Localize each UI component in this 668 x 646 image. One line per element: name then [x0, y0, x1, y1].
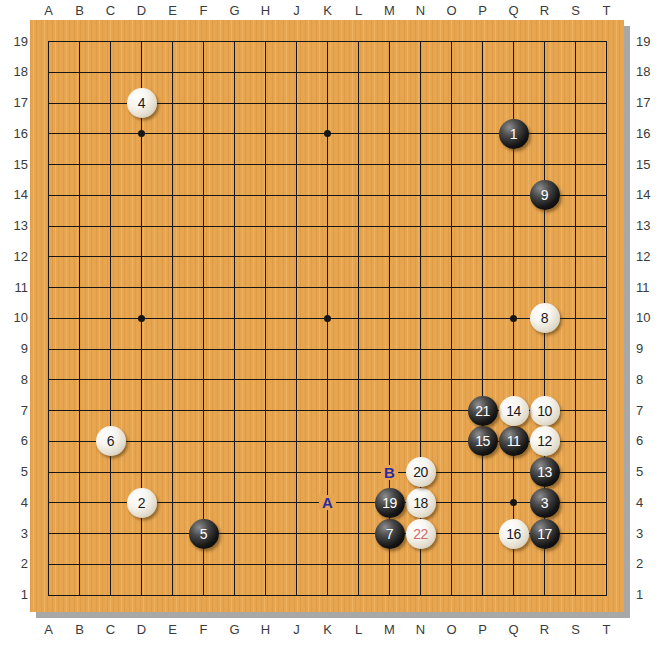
coord-label-left: 17: [2, 96, 28, 110]
coord-label-right: 14: [636, 188, 662, 202]
stone-black[interactable]: 11: [499, 426, 529, 456]
coord-label-left: 13: [2, 219, 28, 233]
coord-label-right: 10: [636, 311, 662, 325]
coord-label-right: 7: [636, 404, 662, 418]
marker-label-B: B: [381, 465, 398, 480]
coord-label-top: R: [535, 4, 555, 18]
star-point: [138, 315, 145, 322]
coord-label-right: 13: [636, 219, 662, 233]
stone-black[interactable]: 19: [375, 488, 405, 518]
coord-label-bottom: Q: [504, 623, 524, 637]
grid-line-horizontal: [48, 349, 607, 350]
coord-label-bottom: R: [535, 623, 555, 637]
stone-white[interactable]: 10: [530, 396, 560, 426]
coord-label-right: 19: [636, 35, 662, 49]
coord-label-left: 5: [2, 465, 28, 479]
coord-label-top: O: [442, 4, 462, 18]
stone-black[interactable]: 7: [375, 519, 405, 549]
stone-black[interactable]: 1: [499, 119, 529, 149]
stone-white[interactable]: 8: [530, 303, 560, 333]
coord-label-right: 8: [636, 373, 662, 387]
coord-label-left: 2: [2, 557, 28, 571]
coord-label-bottom: O: [442, 623, 462, 637]
stone-white[interactable]: 14: [499, 396, 529, 426]
coord-label-top: N: [411, 4, 431, 18]
stone-white[interactable]: 20: [406, 457, 436, 487]
coord-label-bottom: L: [349, 623, 369, 637]
coord-label-left: 6: [2, 434, 28, 448]
star-point: [324, 315, 331, 322]
coord-label-bottom: F: [194, 623, 214, 637]
coord-label-bottom: B: [70, 623, 90, 637]
stone-white[interactable]: 18: [406, 488, 436, 518]
coord-label-top: B: [70, 4, 90, 18]
coord-label-bottom: G: [225, 623, 245, 637]
coord-label-top: D: [132, 4, 152, 18]
coord-label-top: J: [287, 4, 307, 18]
coord-label-bottom: N: [411, 623, 431, 637]
coord-label-left: 3: [2, 527, 28, 541]
coord-label-right: 11: [636, 281, 662, 295]
star-point: [510, 315, 517, 322]
stone-white[interactable]: 22: [406, 519, 436, 549]
coord-label-right: 4: [636, 496, 662, 510]
coord-label-left: 16: [2, 127, 28, 141]
coord-label-bottom: A: [39, 623, 59, 637]
coord-label-right: 1: [636, 588, 662, 602]
coord-label-right: 5: [636, 465, 662, 479]
coord-label-right: 16: [636, 127, 662, 141]
coord-label-bottom: J: [287, 623, 307, 637]
grid-line-vertical: [575, 41, 576, 596]
coord-label-top: M: [380, 4, 400, 18]
stone-black[interactable]: 21: [468, 396, 498, 426]
coord-label-left: 14: [2, 188, 28, 202]
grid-line-vertical: [358, 41, 359, 596]
coord-label-top: S: [566, 4, 586, 18]
coord-label-left: 18: [2, 65, 28, 79]
grid-line-vertical: [482, 41, 483, 596]
marker-label-A: A: [319, 495, 336, 510]
coord-label-bottom: C: [101, 623, 121, 637]
coord-label-right: 18: [636, 65, 662, 79]
coord-label-bottom: S: [566, 623, 586, 637]
coord-label-left: 19: [2, 35, 28, 49]
coord-label-left: 12: [2, 250, 28, 264]
grid-line-vertical: [606, 41, 607, 596]
stone-black[interactable]: 3: [530, 488, 560, 518]
coord-label-bottom: H: [256, 623, 276, 637]
coord-label-bottom: K: [318, 623, 338, 637]
go-diagram-screen: AABBCCDDEEFFGGHHJJKKLLMMNNOOPPQQRRSSTT11…: [0, 0, 668, 646]
coord-label-top: H: [256, 4, 276, 18]
grid-line-vertical: [451, 41, 452, 596]
coord-label-right: 17: [636, 96, 662, 110]
stone-black[interactable]: 15: [468, 426, 498, 456]
coord-label-top: G: [225, 4, 245, 18]
coord-label-left: 11: [2, 281, 28, 295]
coord-label-bottom: E: [163, 623, 183, 637]
stone-black[interactable]: 17: [530, 519, 560, 549]
stone-black[interactable]: 13: [530, 457, 560, 487]
grid-line-horizontal: [48, 472, 607, 473]
stone-white[interactable]: 4: [127, 88, 157, 118]
coord-label-top: T: [597, 4, 617, 18]
coord-label-left: 4: [2, 496, 28, 510]
grid-line-horizontal: [48, 595, 607, 596]
coord-label-left: 15: [2, 158, 28, 172]
grid-line-horizontal: [48, 564, 607, 565]
coord-label-top: Q: [504, 4, 524, 18]
coord-label-top: F: [194, 4, 214, 18]
stone-white[interactable]: 12: [530, 426, 560, 456]
stone-white[interactable]: 2: [127, 488, 157, 518]
stone-white[interactable]: 6: [96, 426, 126, 456]
coord-label-bottom: T: [597, 623, 617, 637]
coord-label-bottom: P: [473, 623, 493, 637]
coord-label-right: 2: [636, 557, 662, 571]
coord-label-top: K: [318, 4, 338, 18]
coord-label-top: C: [101, 4, 121, 18]
grid-line-horizontal: [48, 379, 607, 380]
coord-label-left: 7: [2, 404, 28, 418]
coord-label-bottom: D: [132, 623, 152, 637]
coord-label-top: E: [163, 4, 183, 18]
coord-label-right: 12: [636, 250, 662, 264]
coord-label-top: P: [473, 4, 493, 18]
coord-label-right: 6: [636, 434, 662, 448]
coord-label-left: 1: [2, 588, 28, 602]
coord-label-top: A: [39, 4, 59, 18]
coord-label-left: 8: [2, 373, 28, 387]
coord-label-left: 10: [2, 311, 28, 325]
stone-black[interactable]: 9: [530, 180, 560, 210]
coord-label-right: 9: [636, 342, 662, 356]
stone-black[interactable]: 5: [189, 519, 219, 549]
coord-label-right: 3: [636, 527, 662, 541]
coord-label-bottom: M: [380, 623, 400, 637]
coord-label-right: 15: [636, 158, 662, 172]
coord-label-left: 9: [2, 342, 28, 356]
stone-white[interactable]: 16: [499, 519, 529, 549]
coord-label-top: L: [349, 4, 369, 18]
